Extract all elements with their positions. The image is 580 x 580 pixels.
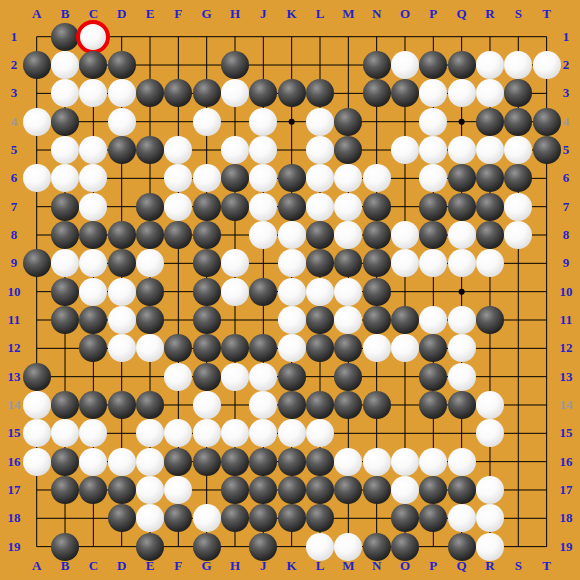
stone-white: [448, 221, 476, 249]
stone-white: [249, 108, 277, 136]
stone-black: [306, 391, 334, 419]
stone-white: [533, 51, 561, 79]
stone-black: [108, 476, 136, 504]
stone-white: [476, 136, 504, 164]
stone-white: [391, 136, 419, 164]
stone-white: [448, 306, 476, 334]
row-label-right: 6: [563, 170, 570, 186]
stone-white: [249, 193, 277, 221]
stone-black: [419, 193, 447, 221]
stone-black: [363, 306, 391, 334]
stone-black: [363, 193, 391, 221]
column-label-top: E: [146, 6, 155, 22]
stone-black: [448, 391, 476, 419]
row-label-left: 2: [11, 57, 18, 73]
stone-white: [448, 334, 476, 362]
stone-white: [108, 79, 136, 107]
stone-white: [136, 448, 164, 476]
stone-black: [193, 363, 221, 391]
stone-black: [193, 306, 221, 334]
stone-black: [136, 193, 164, 221]
row-label-right: 3: [563, 85, 570, 101]
stone-black: [363, 391, 391, 419]
go-board[interactable]: AABBCCDDEEFFGGHHJJKKLLMMNNOOPPQQRRSSTT11…: [0, 0, 580, 580]
stone-white: [108, 448, 136, 476]
stone-black: [51, 533, 79, 561]
stone-white: [23, 448, 51, 476]
stone-white: [278, 249, 306, 277]
stone-white: [23, 391, 51, 419]
stone-black: [51, 108, 79, 136]
stone-white: [476, 476, 504, 504]
stone-black: [193, 79, 221, 107]
stone-black: [306, 221, 334, 249]
stone-white: [108, 306, 136, 334]
stone-white: [164, 363, 192, 391]
stone-black: [249, 278, 277, 306]
stone-white: [108, 334, 136, 362]
stone-black: [193, 448, 221, 476]
row-label-left: 7: [11, 199, 18, 215]
stone-white: [448, 249, 476, 277]
stone-white: [249, 363, 277, 391]
stone-black: [193, 249, 221, 277]
star-point: [459, 289, 465, 295]
stone-white: [23, 164, 51, 192]
stone-black: [164, 448, 192, 476]
column-label-top: T: [542, 6, 551, 22]
stone-black: [278, 476, 306, 504]
stone-white: [221, 278, 249, 306]
stone-white: [278, 419, 306, 447]
row-label-left: 15: [8, 425, 21, 441]
stone-black: [221, 193, 249, 221]
stone-black: [476, 306, 504, 334]
stone-black: [193, 193, 221, 221]
stone-black: [221, 476, 249, 504]
row-label-right: 10: [560, 284, 573, 300]
stone-black: [448, 533, 476, 561]
stone-white: [476, 51, 504, 79]
stone-black: [334, 363, 362, 391]
column-label-bottom: H: [230, 558, 240, 574]
column-label-top: D: [117, 6, 126, 22]
stone-black: [306, 306, 334, 334]
stone-black: [391, 533, 419, 561]
stone-white: [391, 448, 419, 476]
stone-black: [533, 136, 561, 164]
stone-white: [306, 136, 334, 164]
column-label-bottom: T: [542, 558, 551, 574]
row-label-left: 9: [11, 255, 18, 271]
row-label-left: 19: [8, 539, 21, 555]
stone-black: [193, 334, 221, 362]
stone-black: [221, 51, 249, 79]
column-label-bottom: S: [515, 558, 522, 574]
stone-white: [164, 193, 192, 221]
stone-black: [278, 79, 306, 107]
stone-white: [476, 391, 504, 419]
row-label-right: 14: [560, 397, 573, 413]
stone-black: [448, 476, 476, 504]
stone-black: [108, 221, 136, 249]
stone-black: [249, 533, 277, 561]
stone-white: [306, 533, 334, 561]
stone-black: [306, 476, 334, 504]
stone-black: [51, 278, 79, 306]
stone-black: [108, 136, 136, 164]
column-label-top: Q: [457, 6, 467, 22]
stone-white: [306, 108, 334, 136]
stone-black: [363, 533, 391, 561]
column-label-top: P: [429, 6, 437, 22]
stone-black: [136, 306, 164, 334]
row-label-left: 18: [8, 510, 21, 526]
stone-black: [448, 51, 476, 79]
column-label-bottom: D: [117, 558, 126, 574]
stone-black: [419, 363, 447, 391]
column-label-bottom: K: [287, 558, 297, 574]
stone-black: [363, 221, 391, 249]
stone-white: [334, 193, 362, 221]
stone-black: [136, 278, 164, 306]
row-label-left: 4: [11, 114, 18, 130]
row-label-left: 11: [8, 312, 20, 328]
stone-black: [193, 221, 221, 249]
stone-black: [278, 504, 306, 532]
row-label-right: 5: [563, 142, 570, 158]
column-label-top: M: [342, 6, 354, 22]
stone-white: [391, 51, 419, 79]
stone-white: [334, 533, 362, 561]
row-label-left: 6: [11, 170, 18, 186]
column-label-bottom: F: [174, 558, 182, 574]
stone-black: [51, 306, 79, 334]
stone-black: [51, 193, 79, 221]
stone-white: [504, 193, 532, 221]
stone-white: [193, 108, 221, 136]
stone-black: [51, 476, 79, 504]
stone-black: [278, 363, 306, 391]
stone-white: [306, 278, 334, 306]
stone-white: [23, 419, 51, 447]
stone-white: [221, 136, 249, 164]
row-label-right: 12: [560, 340, 573, 356]
stone-black: [391, 306, 419, 334]
stone-white: [448, 448, 476, 476]
stone-black: [363, 249, 391, 277]
column-label-top: F: [174, 6, 182, 22]
stone-white: [363, 334, 391, 362]
stone-black: [504, 108, 532, 136]
stone-black: [363, 51, 391, 79]
stone-white: [193, 419, 221, 447]
stone-black: [448, 193, 476, 221]
stone-white: [448, 504, 476, 532]
stone-white: [363, 164, 391, 192]
stone-black: [51, 391, 79, 419]
star-point: [289, 119, 295, 125]
stone-black: [136, 136, 164, 164]
row-label-right: 1: [563, 29, 570, 45]
row-label-left: 17: [8, 482, 21, 498]
stone-black: [108, 391, 136, 419]
stone-black: [51, 23, 79, 51]
stone-white: [448, 79, 476, 107]
column-label-top: J: [260, 6, 267, 22]
stone-black: [476, 193, 504, 221]
stone-white: [23, 108, 51, 136]
row-label-right: 18: [560, 510, 573, 526]
stone-white: [419, 108, 447, 136]
column-label-bottom: A: [32, 558, 41, 574]
stone-white: [278, 306, 306, 334]
stone-black: [193, 278, 221, 306]
row-label-right: 4: [563, 114, 570, 130]
stone-black: [278, 193, 306, 221]
row-label-right: 13: [560, 369, 573, 385]
column-label-top: K: [287, 6, 297, 22]
stone-black: [221, 448, 249, 476]
stone-white: [79, 193, 107, 221]
stone-white: [391, 221, 419, 249]
row-label-right: 17: [560, 482, 573, 498]
stone-black: [334, 108, 362, 136]
row-label-left: 16: [8, 454, 21, 470]
stone-white: [193, 504, 221, 532]
stone-white: [79, 278, 107, 306]
column-label-top: H: [230, 6, 240, 22]
stone-black: [193, 533, 221, 561]
column-label-top: O: [400, 6, 410, 22]
stone-white: [136, 476, 164, 504]
stone-black: [363, 278, 391, 306]
stone-white: [448, 136, 476, 164]
stone-black: [533, 108, 561, 136]
stone-white: [221, 363, 249, 391]
row-label-right: 2: [563, 57, 570, 73]
stone-white: [278, 334, 306, 362]
stone-white: [306, 193, 334, 221]
stone-black: [448, 164, 476, 192]
column-label-top: A: [32, 6, 41, 22]
stone-black: [363, 476, 391, 504]
column-label-top: B: [61, 6, 70, 22]
stone-black: [278, 391, 306, 419]
row-label-right: 9: [563, 255, 570, 271]
stone-white: [108, 278, 136, 306]
stone-black: [476, 108, 504, 136]
stone-black: [51, 448, 79, 476]
stone-black: [306, 448, 334, 476]
column-label-bottom: C: [89, 558, 98, 574]
stone-black: [23, 363, 51, 391]
stone-black: [51, 221, 79, 249]
row-label-left: 8: [11, 227, 18, 243]
stone-black: [136, 221, 164, 249]
row-label-left: 14: [8, 397, 21, 413]
stone-white: [278, 221, 306, 249]
stone-black: [476, 221, 504, 249]
row-label-left: 12: [8, 340, 21, 356]
stone-white: [334, 278, 362, 306]
stone-white: [363, 448, 391, 476]
column-label-bottom: P: [429, 558, 437, 574]
row-label-left: 1: [11, 29, 18, 45]
stone-white: [476, 533, 504, 561]
stone-white: [193, 164, 221, 192]
stone-white: [51, 136, 79, 164]
stone-white: [51, 51, 79, 79]
row-label-left: 10: [8, 284, 21, 300]
stone-black: [278, 164, 306, 192]
row-label-right: 19: [560, 539, 573, 555]
row-label-right: 11: [560, 312, 572, 328]
stone-white: [79, 448, 107, 476]
column-label-top: N: [372, 6, 381, 22]
stone-black: [23, 51, 51, 79]
stone-black: [136, 391, 164, 419]
stone-black: [108, 504, 136, 532]
stone-white: [391, 476, 419, 504]
row-label-right: 8: [563, 227, 570, 243]
row-label-right: 16: [560, 454, 573, 470]
stone-white: [278, 278, 306, 306]
column-label-top: R: [485, 6, 494, 22]
column-label-top: G: [202, 6, 212, 22]
row-label-left: 5: [11, 142, 18, 158]
last-move-stone: [76, 20, 110, 54]
stone-black: [108, 249, 136, 277]
column-label-top: L: [316, 6, 325, 22]
stone-black: [23, 249, 51, 277]
row-label-right: 15: [560, 425, 573, 441]
stone-black: [278, 448, 306, 476]
stone-white: [419, 448, 447, 476]
stone-white: [448, 363, 476, 391]
star-point: [459, 119, 465, 125]
row-label-left: 3: [11, 85, 18, 101]
stone-black: [363, 79, 391, 107]
stone-black: [249, 448, 277, 476]
stone-white: [334, 448, 362, 476]
stone-white: [108, 108, 136, 136]
row-label-right: 7: [563, 199, 570, 215]
column-label-top: S: [515, 6, 522, 22]
stone-black: [108, 51, 136, 79]
row-label-left: 13: [8, 369, 21, 385]
stone-black: [136, 533, 164, 561]
stone-white: [193, 391, 221, 419]
